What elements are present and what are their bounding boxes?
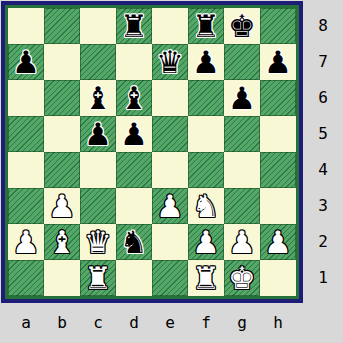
file-label-a: a (8, 307, 44, 339)
square-d1[interactable] (116, 260, 152, 296)
square-a7[interactable]: ♟ (8, 44, 44, 80)
file-label-b: b (44, 307, 80, 339)
square-c4[interactable] (80, 152, 116, 188)
square-h5[interactable] (260, 116, 296, 152)
black-pawn[interactable]: ♟ (264, 44, 292, 80)
square-d2[interactable]: ♞ (116, 224, 152, 260)
white-pawn[interactable]: ♟ (228, 224, 256, 260)
file-labels: abcdefgh (8, 307, 296, 339)
square-e1[interactable] (152, 260, 188, 296)
white-pawn[interactable]: ♟ (264, 224, 292, 260)
square-d7[interactable] (116, 44, 152, 80)
file-label-d: d (116, 307, 152, 339)
square-f2[interactable]: ♟ (188, 224, 224, 260)
rank-label-4: 4 (305, 152, 341, 188)
square-e8[interactable] (152, 8, 188, 44)
square-g6[interactable]: ♟ (224, 80, 260, 116)
square-a2[interactable]: ♟ (8, 224, 44, 260)
white-rook[interactable]: ♜ (84, 260, 112, 296)
square-a5[interactable] (8, 116, 44, 152)
square-f4[interactable] (188, 152, 224, 188)
square-a1[interactable] (8, 260, 44, 296)
rank-label-2: 2 (305, 224, 341, 260)
square-h3[interactable] (260, 188, 296, 224)
square-h1[interactable] (260, 260, 296, 296)
rank-label-1: 1 (305, 260, 341, 296)
file-label-c: c (80, 307, 116, 339)
black-knight[interactable]: ♞ (120, 224, 148, 260)
rank-label-6: 6 (305, 80, 341, 116)
square-h4[interactable] (260, 152, 296, 188)
square-d4[interactable] (116, 152, 152, 188)
board-frame: ♜♜♚♟♛♟♟♝♝♟♟♟♟♟♞♟♝♛♞♟♟♟♜♜♚ (5, 5, 299, 299)
square-h6[interactable] (260, 80, 296, 116)
square-a3[interactable] (8, 188, 44, 224)
square-f1[interactable]: ♜ (188, 260, 224, 296)
square-e5[interactable] (152, 116, 188, 152)
square-c8[interactable] (80, 8, 116, 44)
square-a8[interactable] (8, 8, 44, 44)
square-b4[interactable] (44, 152, 80, 188)
square-g3[interactable] (224, 188, 260, 224)
square-g1[interactable]: ♚ (224, 260, 260, 296)
rank-label-3: 3 (305, 188, 341, 224)
square-c5[interactable]: ♟ (80, 116, 116, 152)
square-c1[interactable]: ♜ (80, 260, 116, 296)
square-g4[interactable] (224, 152, 260, 188)
file-label-e: e (152, 307, 188, 339)
white-pawn[interactable]: ♟ (156, 188, 184, 224)
square-f6[interactable] (188, 80, 224, 116)
square-h7[interactable]: ♟ (260, 44, 296, 80)
square-c6[interactable]: ♝ (80, 80, 116, 116)
white-king[interactable]: ♚ (228, 260, 256, 296)
page-background: { "game": "chess", "position": { "fen": … (0, 0, 343, 343)
black-pawn[interactable]: ♟ (120, 116, 148, 152)
square-f3[interactable]: ♞ (188, 188, 224, 224)
rank-label-8: 8 (305, 8, 341, 44)
square-g2[interactable]: ♟ (224, 224, 260, 260)
black-rook[interactable]: ♜ (192, 8, 220, 44)
square-g7[interactable] (224, 44, 260, 80)
square-d8[interactable]: ♜ (116, 8, 152, 44)
black-rook[interactable]: ♜ (120, 8, 148, 44)
white-queen[interactable]: ♛ (84, 224, 112, 260)
black-pawn[interactable]: ♟ (192, 44, 220, 80)
black-pawn[interactable]: ♟ (84, 116, 112, 152)
square-f5[interactable] (188, 116, 224, 152)
square-e4[interactable] (152, 152, 188, 188)
black-king[interactable]: ♚ (228, 8, 256, 44)
square-e2[interactable] (152, 224, 188, 260)
square-b3[interactable]: ♟ (44, 188, 80, 224)
rank-labels: 87654321 (305, 8, 341, 296)
square-c3[interactable] (80, 188, 116, 224)
white-pawn[interactable]: ♟ (192, 224, 220, 260)
board-grid: ♜♜♚♟♛♟♟♝♝♟♟♟♟♟♞♟♝♛♞♟♟♟♜♜♚ (8, 8, 296, 296)
square-c7[interactable] (80, 44, 116, 80)
square-d3[interactable] (116, 188, 152, 224)
square-b2[interactable]: ♝ (44, 224, 80, 260)
file-label-g: g (224, 307, 260, 339)
file-label-f: f (188, 307, 224, 339)
chess-board: ♜♜♚♟♛♟♟♝♝♟♟♟♟♟♞♟♝♛♞♟♟♟♜♜♚ (1, 1, 303, 303)
white-knight[interactable]: ♞ (192, 188, 220, 224)
square-d5[interactable]: ♟ (116, 116, 152, 152)
white-rook[interactable]: ♜ (192, 260, 220, 296)
black-bishop[interactable]: ♝ (120, 80, 148, 116)
file-label-h: h (260, 307, 296, 339)
white-bishop[interactable]: ♝ (48, 224, 76, 260)
square-e6[interactable] (152, 80, 188, 116)
square-b8[interactable] (44, 8, 80, 44)
square-c2[interactable]: ♛ (80, 224, 116, 260)
square-a4[interactable] (8, 152, 44, 188)
rank-label-7: 7 (305, 44, 341, 80)
white-pawn[interactable]: ♟ (12, 224, 40, 260)
black-pawn[interactable]: ♟ (228, 80, 256, 116)
square-f7[interactable]: ♟ (188, 44, 224, 80)
square-b5[interactable] (44, 116, 80, 152)
square-f8[interactable]: ♜ (188, 8, 224, 44)
black-pawn[interactable]: ♟ (12, 44, 40, 80)
square-d6[interactable]: ♝ (116, 80, 152, 116)
rank-label-5: 5 (305, 116, 341, 152)
square-b1[interactable] (44, 260, 80, 296)
white-pawn[interactable]: ♟ (48, 188, 76, 224)
square-e7[interactable]: ♛ (152, 44, 188, 80)
black-queen[interactable]: ♛ (156, 44, 184, 80)
square-g5[interactable] (224, 116, 260, 152)
square-e3[interactable]: ♟ (152, 188, 188, 224)
square-g8[interactable]: ♚ (224, 8, 260, 44)
square-b7[interactable] (44, 44, 80, 80)
square-a6[interactable] (8, 80, 44, 116)
square-b6[interactable] (44, 80, 80, 116)
square-h8[interactable] (260, 8, 296, 44)
black-bishop[interactable]: ♝ (84, 80, 112, 116)
square-h2[interactable]: ♟ (260, 224, 296, 260)
